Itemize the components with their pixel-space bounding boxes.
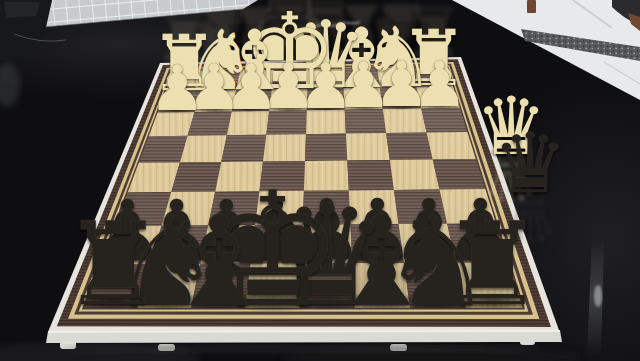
photo-scene: ♜♞♝♛♚♝♞♜ ♜♞♝♛♚♝♞♜♟♟♟♟♟♟♟♟♟♟♟♟♟♟♟♟♜♞♝♛♚♝♞… (0, 0, 640, 361)
piece-extra-black-queen: ♛ (493, 122, 567, 205)
piece-white-pawn-h2: ♟ (149, 57, 205, 120)
pieces-layer: ♜♞♝♛♚♝♞♜♟♟♟♟♟♟♟♟♟♟♟♟♟♟♟♟♜♞♝♛♚♝♞♜♛♛♛♛ (0, 0, 640, 361)
piece-black-rook-h8: ♜ (62, 206, 165, 321)
